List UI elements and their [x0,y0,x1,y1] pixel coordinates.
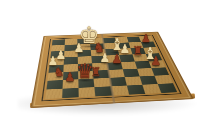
square-c1[interactable] [79,87,96,97]
square-h1[interactable] [158,83,178,93]
piece-black-pawn-b2[interactable]: ♟ [64,71,76,83]
piece-black-queen-c3[interactable]: ♛ [75,61,95,81]
chess-set-photo: ♚♟♟♟♝♟♟♝♞♜♟♟♟♛♟♞♜ [0,0,220,138]
piece-white-pawn-c6[interactable]: ♟ [73,42,85,54]
piece-black-pawn-e5[interactable]: ♟ [111,53,123,65]
piece-black-pawn-h4[interactable]: ♟ [150,55,162,67]
piece-white-pawn-d5[interactable]: ♟ [99,52,111,64]
square-a1[interactable] [45,89,62,99]
piece-black-pawn-h7[interactable]: ♟ [141,33,152,44]
square-b1[interactable] [62,88,79,98]
